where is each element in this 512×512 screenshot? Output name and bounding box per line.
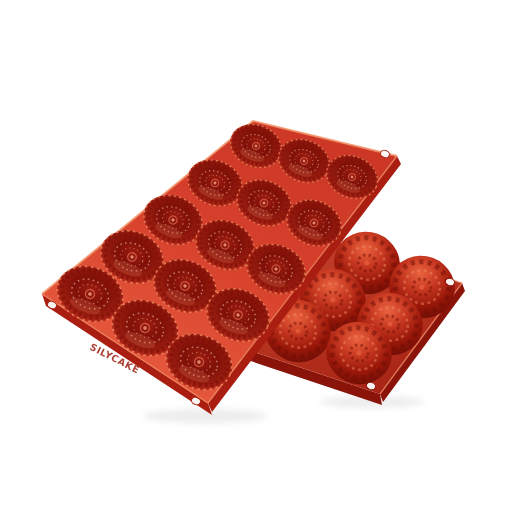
product-photo: SILYCAKESILYCAKE	[0, 0, 512, 512]
silicone-molds-illustration: SILYCAKESILYCAKE	[0, 0, 512, 512]
mold-shadow	[143, 409, 267, 423]
